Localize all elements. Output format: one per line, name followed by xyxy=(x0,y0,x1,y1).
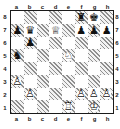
square-f1[interactable] xyxy=(75,100,88,113)
square-g6[interactable] xyxy=(88,37,101,50)
square-d1[interactable] xyxy=(49,100,62,113)
chess-diagram: abcdefgh 87654321 ♜♚♟♛♕♟♟♟♟♞♘♙♙♙♙♙♖♔ 876… xyxy=(0,0,120,129)
square-h3[interactable] xyxy=(100,75,113,88)
square-e3[interactable] xyxy=(62,75,75,88)
square-c7[interactable] xyxy=(37,24,50,37)
rank-label-3: 3 xyxy=(3,75,6,88)
square-a5[interactable]: ♞ xyxy=(11,49,24,62)
square-d3[interactable] xyxy=(49,75,62,88)
square-f2[interactable]: ♙ xyxy=(75,88,88,101)
square-b5[interactable] xyxy=(24,49,37,62)
square-c5[interactable] xyxy=(37,49,50,62)
square-g3[interactable] xyxy=(88,75,101,88)
rank-label-7: 7 xyxy=(3,23,6,36)
square-d8[interactable] xyxy=(49,11,62,24)
rank-label-3: 3 xyxy=(115,75,118,88)
file-label-g: g xyxy=(88,116,101,122)
square-b1[interactable] xyxy=(24,100,37,113)
piece-black-king[interactable]: ♚ xyxy=(88,11,100,23)
square-h2[interactable]: ♙ xyxy=(100,88,113,101)
piece-white-pawn[interactable]: ♙ xyxy=(88,88,100,100)
square-f3[interactable] xyxy=(75,75,88,88)
piece-white-pawn[interactable]: ♙ xyxy=(75,88,87,100)
piece-black-rook[interactable]: ♜ xyxy=(75,11,87,23)
square-f7[interactable]: ♟ xyxy=(75,24,88,37)
rank-label-7: 7 xyxy=(115,23,118,36)
square-a2[interactable] xyxy=(11,88,24,101)
square-g7[interactable]: ♟ xyxy=(88,24,101,37)
square-f6[interactable] xyxy=(75,37,88,50)
square-c8[interactable] xyxy=(37,11,50,24)
piece-black-pawn[interactable]: ♟ xyxy=(24,37,36,49)
square-g5[interactable] xyxy=(88,49,101,62)
rank-label-5: 5 xyxy=(3,49,6,62)
square-f4[interactable] xyxy=(75,62,88,75)
square-h8[interactable] xyxy=(100,11,113,24)
rank-label-5: 5 xyxy=(115,49,118,62)
square-b8[interactable] xyxy=(24,11,37,24)
rank-label-6: 6 xyxy=(3,36,6,49)
rank-labels-right: 87654321 xyxy=(114,10,120,114)
square-e7[interactable] xyxy=(62,24,75,37)
square-e6[interactable] xyxy=(62,37,75,50)
piece-white-king[interactable]: ♔ xyxy=(88,101,100,113)
rank-label-4: 4 xyxy=(115,62,118,75)
square-f5[interactable] xyxy=(75,49,88,62)
square-h6[interactable] xyxy=(100,37,113,50)
square-d4[interactable] xyxy=(49,62,62,75)
square-e8[interactable] xyxy=(62,11,75,24)
piece-black-pawn[interactable]: ♟ xyxy=(88,24,100,36)
square-a4[interactable] xyxy=(11,62,24,75)
square-g2[interactable]: ♙ xyxy=(88,88,101,101)
file-label-b: b xyxy=(23,116,36,122)
square-c4[interactable] xyxy=(37,62,50,75)
piece-white-rook[interactable]: ♖ xyxy=(62,101,74,113)
square-a1[interactable] xyxy=(11,100,24,113)
rank-label-2: 2 xyxy=(3,88,6,101)
square-g1[interactable]: ♔ xyxy=(88,100,101,113)
square-h7[interactable]: ♟ xyxy=(100,24,113,37)
square-e1[interactable]: ♖ xyxy=(62,100,75,113)
piece-black-pawn[interactable]: ♟ xyxy=(75,24,87,36)
square-a8[interactable] xyxy=(11,11,24,24)
rank-label-4: 4 xyxy=(3,62,6,75)
piece-black-pawn[interactable]: ♟ xyxy=(101,24,113,36)
square-d5[interactable] xyxy=(49,49,62,62)
file-labels-bottom: abcdefgh xyxy=(10,114,114,129)
square-d7[interactable]: ♕ xyxy=(49,24,62,37)
rank-label-1: 1 xyxy=(115,101,118,114)
square-b2[interactable]: ♙ xyxy=(24,88,37,101)
piece-black-queen[interactable]: ♛ xyxy=(24,24,36,36)
square-b6[interactable]: ♟ xyxy=(24,37,37,50)
rank-label-1: 1 xyxy=(3,101,6,114)
rank-label-6: 6 xyxy=(115,36,118,49)
square-e4[interactable] xyxy=(62,62,75,75)
square-d2[interactable] xyxy=(49,88,62,101)
piece-black-pawn[interactable]: ♟ xyxy=(11,24,23,36)
piece-white-queen[interactable]: ♕ xyxy=(50,24,62,36)
square-g4[interactable] xyxy=(88,62,101,75)
square-h4[interactable] xyxy=(100,62,113,75)
square-a6[interactable] xyxy=(11,37,24,50)
piece-white-knight[interactable]: ♘ xyxy=(62,50,74,62)
rank-label-2: 2 xyxy=(115,88,118,101)
file-label-f: f xyxy=(75,116,88,122)
square-h5[interactable] xyxy=(100,49,113,62)
file-labels-top: abcdefgh xyxy=(10,0,114,10)
file-label-a: a xyxy=(10,116,23,122)
square-c6[interactable] xyxy=(37,37,50,50)
piece-white-pawn[interactable]: ♙ xyxy=(24,88,36,100)
square-h1[interactable] xyxy=(100,100,113,113)
square-b7[interactable]: ♛ xyxy=(24,24,37,37)
square-a3[interactable]: ♙ xyxy=(11,75,24,88)
file-label-c: c xyxy=(36,116,49,122)
square-d6[interactable] xyxy=(49,37,62,50)
piece-black-knight[interactable]: ♞ xyxy=(11,50,23,62)
file-label-h: h xyxy=(101,116,114,122)
square-e5[interactable]: ♘ xyxy=(62,49,75,62)
square-b3[interactable] xyxy=(24,75,37,88)
piece-white-pawn[interactable]: ♙ xyxy=(11,75,23,87)
square-c3[interactable] xyxy=(37,75,50,88)
rank-labels-left: 87654321 xyxy=(0,10,10,114)
square-f8[interactable]: ♜ xyxy=(75,11,88,24)
file-label-e: e xyxy=(62,116,75,122)
square-a7[interactable]: ♟ xyxy=(11,24,24,37)
square-c2[interactable] xyxy=(37,88,50,101)
square-e2[interactable] xyxy=(62,88,75,101)
square-g8[interactable]: ♚ xyxy=(88,11,101,24)
square-b4[interactable] xyxy=(24,62,37,75)
file-label-d: d xyxy=(49,116,62,122)
rank-label-8: 8 xyxy=(3,10,6,23)
chess-board: ♜♚♟♛♕♟♟♟♟♞♘♙♙♙♙♙♖♔ xyxy=(10,10,114,114)
piece-white-pawn[interactable]: ♙ xyxy=(101,88,113,100)
square-c1[interactable] xyxy=(37,100,50,113)
rank-label-8: 8 xyxy=(115,10,118,23)
